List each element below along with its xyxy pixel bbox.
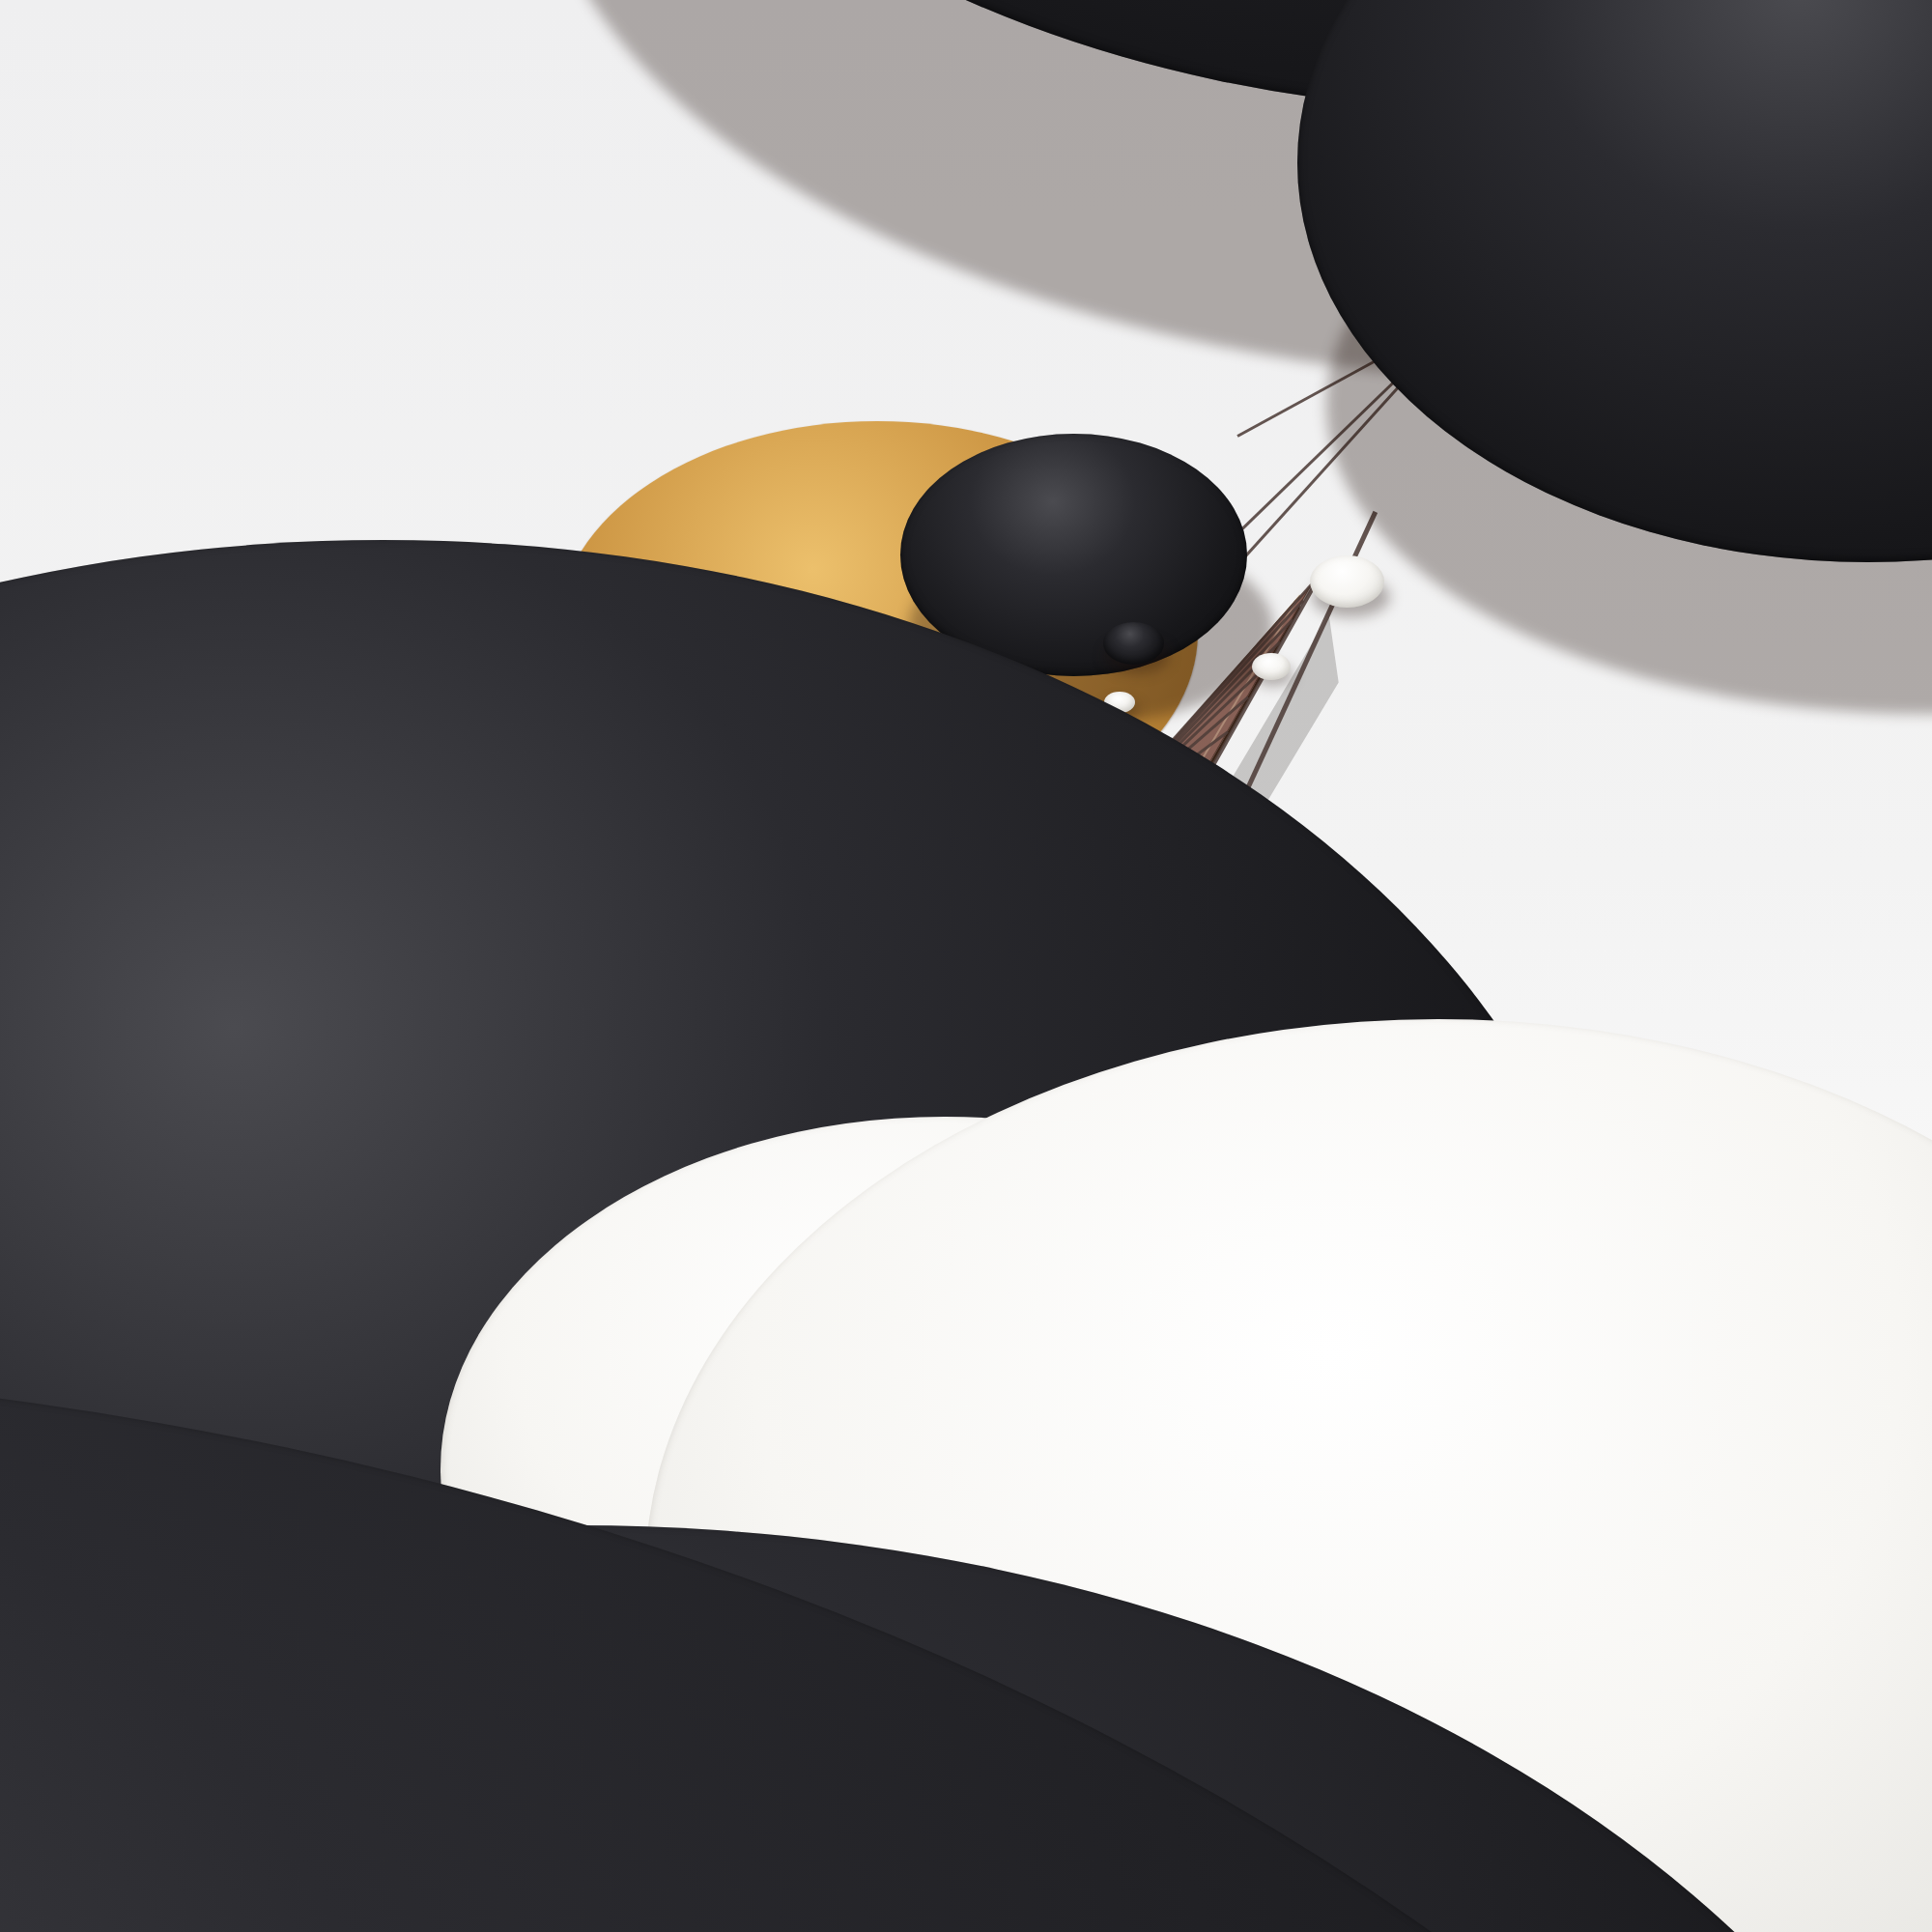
go-stone-white — [1310, 555, 1384, 608]
board-scene — [0, 0, 1932, 1932]
go-board-product-photo — [0, 0, 1932, 1932]
